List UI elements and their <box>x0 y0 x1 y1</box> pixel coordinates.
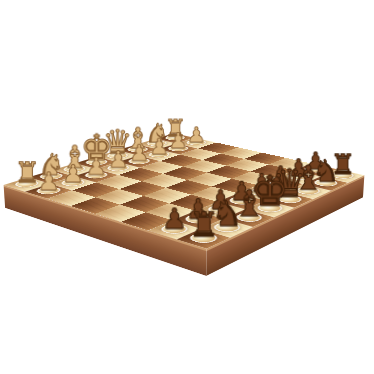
chessboard-scene: ♜♞♝♚♛♝♞♜♟♟♟♟♟♟♟♟♟♟♟♟♟♟♟♟♜♞♝♚♛♝♞♜ <box>59 52 315 308</box>
piece-black-rook-h8[interactable]: ♜ <box>175 209 233 243</box>
chess-set-photo: ♜♞♝♚♛♝♞♜♟♟♟♟♟♟♟♟♟♟♟♟♟♟♟♟♜♞♝♚♛♝♞♜ <box>0 0 374 374</box>
chessboard: ♜♞♝♚♛♝♞♜♟♟♟♟♟♟♟♟♟♟♟♟♟♟♟♟♜♞♝♚♛♝♞♜ <box>4 133 365 249</box>
